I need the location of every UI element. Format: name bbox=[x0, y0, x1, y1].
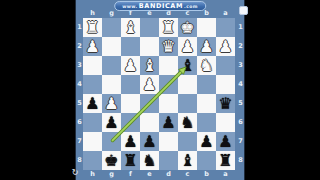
square-b8[interactable] bbox=[197, 151, 216, 170]
chess-board-frame: www. BANDICAM .com hgfedcba 12345678 123… bbox=[75, 0, 245, 180]
square-d6[interactable]: ♟ bbox=[159, 113, 178, 132]
square-h3[interactable] bbox=[83, 56, 102, 75]
square-f7[interactable]: ♟ bbox=[121, 132, 140, 151]
rank-label-6: 6 bbox=[76, 113, 83, 132]
piece-black-king[interactable]: ♚ bbox=[104, 151, 118, 170]
rank-label-7: 7 bbox=[235, 132, 246, 151]
square-h7[interactable] bbox=[83, 132, 102, 151]
piece-black-pawn[interactable]: ♟ bbox=[123, 132, 137, 151]
square-g4[interactable] bbox=[102, 75, 121, 94]
rank-label-5: 5 bbox=[235, 94, 246, 113]
piece-white-pawn[interactable]: ♟ bbox=[180, 37, 194, 56]
square-g3[interactable] bbox=[102, 56, 121, 75]
square-b3[interactable]: ♞ bbox=[197, 56, 216, 75]
square-a7[interactable]: ♟ bbox=[216, 132, 235, 151]
piece-white-knight[interactable]: ♞ bbox=[199, 56, 213, 75]
watermark-suffix: .com bbox=[184, 4, 198, 9]
piece-black-knight[interactable]: ♞ bbox=[180, 113, 194, 132]
piece-white-rook[interactable]: ♜ bbox=[161, 18, 175, 37]
square-e7[interactable]: ♟ bbox=[140, 132, 159, 151]
bandicam-watermark: www. BANDICAM .com bbox=[114, 1, 206, 11]
square-b1[interactable] bbox=[197, 18, 216, 37]
piece-black-bishop[interactable]: ♝ bbox=[180, 151, 194, 170]
square-e8[interactable]: ♞ bbox=[140, 151, 159, 170]
square-c4[interactable] bbox=[178, 75, 197, 94]
rank-label-1: 1 bbox=[235, 18, 246, 37]
square-e2[interactable] bbox=[140, 37, 159, 56]
square-h8[interactable] bbox=[83, 151, 102, 170]
square-e3[interactable]: ♝ bbox=[140, 56, 159, 75]
chess-board: ♜♝♜♚♟♛♟♟♟♟♝♝♞♟♟♟♛♟♟♞♟♟♟♟♚♜♞♝♜ bbox=[83, 18, 235, 170]
rank-label-6: 6 bbox=[235, 113, 246, 132]
file-label-e: e bbox=[140, 170, 159, 178]
square-d3[interactable] bbox=[159, 56, 178, 75]
file-label-c: c bbox=[178, 170, 197, 178]
square-d7[interactable] bbox=[159, 132, 178, 151]
piece-white-king[interactable]: ♚ bbox=[180, 18, 194, 37]
piece-black-bishop[interactable]: ♝ bbox=[180, 56, 194, 75]
rank-label-4: 4 bbox=[76, 75, 83, 94]
piece-black-rook[interactable]: ♜ bbox=[123, 151, 137, 170]
square-c6[interactable]: ♞ bbox=[178, 113, 197, 132]
piece-white-pawn[interactable]: ♟ bbox=[218, 37, 232, 56]
square-h4[interactable] bbox=[83, 75, 102, 94]
square-c1[interactable]: ♚ bbox=[178, 18, 197, 37]
square-f6[interactable] bbox=[121, 113, 140, 132]
square-g5[interactable]: ♟ bbox=[102, 94, 121, 113]
square-b2[interactable]: ♟ bbox=[197, 37, 216, 56]
piece-white-rook[interactable]: ♜ bbox=[85, 18, 99, 37]
rank-label-4: 4 bbox=[235, 75, 246, 94]
piece-white-bishop[interactable]: ♝ bbox=[123, 18, 137, 37]
rank-label-7: 7 bbox=[76, 132, 83, 151]
piece-white-pawn[interactable]: ♟ bbox=[123, 56, 137, 75]
file-label-a: a bbox=[216, 170, 235, 178]
square-e1[interactable] bbox=[140, 18, 159, 37]
file-label-d: d bbox=[159, 170, 178, 178]
rank-label-5: 5 bbox=[76, 94, 83, 113]
watermark-name: BANDICAM bbox=[139, 2, 183, 10]
rank-label-3: 3 bbox=[76, 56, 83, 75]
square-f4[interactable] bbox=[121, 75, 140, 94]
square-a4[interactable] bbox=[216, 75, 235, 94]
square-g1[interactable] bbox=[102, 18, 121, 37]
square-h1[interactable]: ♜ bbox=[83, 18, 102, 37]
square-c3[interactable]: ♝ bbox=[178, 56, 197, 75]
square-c7[interactable] bbox=[178, 132, 197, 151]
piece-white-pawn[interactable]: ♟ bbox=[85, 37, 99, 56]
file-labels-bottom: hgfedcba bbox=[83, 170, 235, 178]
file-label-h: h bbox=[83, 9, 102, 17]
square-f5[interactable] bbox=[121, 94, 140, 113]
square-f8[interactable]: ♜ bbox=[121, 151, 140, 170]
square-b7[interactable]: ♟ bbox=[197, 132, 216, 151]
square-g7[interactable] bbox=[102, 132, 121, 151]
square-b4[interactable] bbox=[197, 75, 216, 94]
piece-black-queen[interactable]: ♛ bbox=[218, 94, 232, 113]
piece-black-pawn[interactable]: ♟ bbox=[142, 132, 156, 151]
square-d1[interactable]: ♜ bbox=[159, 18, 178, 37]
square-e4[interactable]: ♟ bbox=[140, 75, 159, 94]
square-f1[interactable]: ♝ bbox=[121, 18, 140, 37]
board-menu-icon[interactable] bbox=[239, 6, 248, 15]
file-label-f: f bbox=[121, 170, 140, 178]
square-d4[interactable] bbox=[159, 75, 178, 94]
square-a1[interactable] bbox=[216, 18, 235, 37]
square-g6[interactable]: ♟ bbox=[102, 113, 121, 132]
square-c8[interactable]: ♝ bbox=[178, 151, 197, 170]
square-a3[interactable] bbox=[216, 56, 235, 75]
square-h6[interactable] bbox=[83, 113, 102, 132]
file-label-g: g bbox=[102, 170, 121, 178]
rank-label-3: 3 bbox=[235, 56, 246, 75]
square-c5[interactable] bbox=[178, 94, 197, 113]
rank-label-8: 8 bbox=[235, 151, 246, 170]
piece-white-queen[interactable]: ♛ bbox=[161, 37, 175, 56]
rank-label-2: 2 bbox=[235, 37, 246, 56]
video-frame: www. BANDICAM .com hgfedcba 12345678 123… bbox=[0, 0, 320, 180]
square-a5[interactable]: ♛ bbox=[216, 94, 235, 113]
file-label-b: b bbox=[197, 170, 216, 178]
piece-black-pawn[interactable]: ♟ bbox=[104, 113, 118, 132]
piece-white-bishop[interactable]: ♝ bbox=[142, 56, 156, 75]
flip-board-icon[interactable]: ↻ bbox=[70, 168, 80, 178]
square-b5[interactable] bbox=[197, 94, 216, 113]
piece-black-pawn[interactable]: ♟ bbox=[85, 94, 99, 113]
watermark-prefix: www. bbox=[122, 4, 138, 9]
square-b6[interactable] bbox=[197, 113, 216, 132]
square-a8[interactable]: ♜ bbox=[216, 151, 235, 170]
square-d8[interactable] bbox=[159, 151, 178, 170]
square-h2[interactable]: ♟ bbox=[83, 37, 102, 56]
piece-white-pawn[interactable]: ♟ bbox=[104, 94, 118, 113]
file-label-a: a bbox=[216, 9, 235, 17]
square-g2[interactable] bbox=[102, 37, 121, 56]
piece-black-pawn[interactable]: ♟ bbox=[199, 132, 213, 151]
piece-black-pawn[interactable]: ♟ bbox=[218, 132, 232, 151]
square-d5[interactable] bbox=[159, 94, 178, 113]
file-label-h: h bbox=[83, 170, 102, 178]
square-g8[interactable]: ♚ bbox=[102, 151, 121, 170]
square-c2[interactable]: ♟ bbox=[178, 37, 197, 56]
piece-white-pawn[interactable]: ♟ bbox=[142, 75, 156, 94]
square-d2[interactable]: ♛ bbox=[159, 37, 178, 56]
rank-label-1: 1 bbox=[76, 18, 83, 37]
square-h5[interactable]: ♟ bbox=[83, 94, 102, 113]
square-a6[interactable] bbox=[216, 113, 235, 132]
square-e5[interactable] bbox=[140, 94, 159, 113]
rank-label-2: 2 bbox=[76, 37, 83, 56]
square-e6[interactable] bbox=[140, 113, 159, 132]
rank-labels-left: 12345678 bbox=[76, 18, 83, 170]
square-f3[interactable]: ♟ bbox=[121, 56, 140, 75]
piece-black-knight[interactable]: ♞ bbox=[142, 151, 156, 170]
square-a2[interactable]: ♟ bbox=[216, 37, 235, 56]
piece-black-rook[interactable]: ♜ bbox=[218, 151, 232, 170]
piece-black-pawn[interactable]: ♟ bbox=[161, 113, 175, 132]
piece-white-pawn[interactable]: ♟ bbox=[199, 37, 213, 56]
square-f2[interactable] bbox=[121, 37, 140, 56]
rank-labels-right: 12345678 bbox=[235, 18, 246, 170]
